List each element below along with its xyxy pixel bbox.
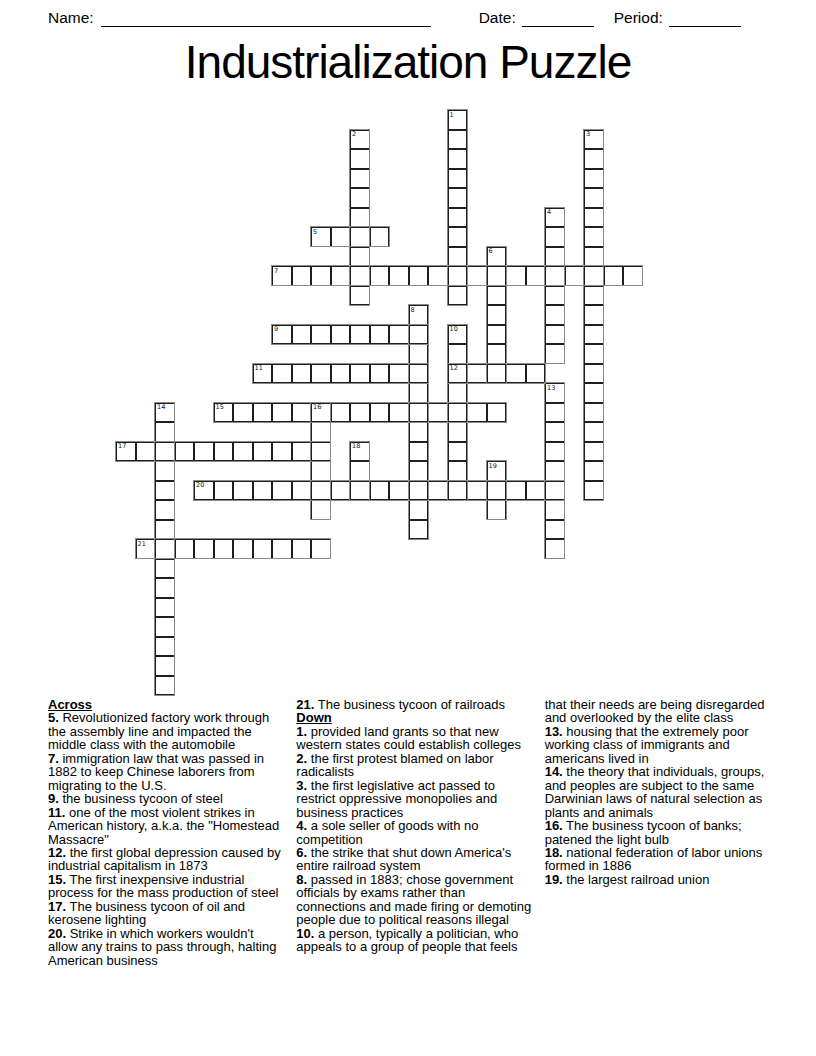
grid-cell[interactable]: 4	[545, 208, 565, 228]
grid-cell[interactable]	[350, 481, 370, 501]
grid-cell[interactable]	[350, 286, 370, 306]
grid-cell[interactable]	[233, 442, 253, 462]
grid-cell[interactable]: 3	[584, 130, 604, 150]
grid-cell[interactable]	[155, 578, 175, 598]
date-blank-line	[522, 11, 594, 27]
grid-cell[interactable]	[487, 403, 507, 423]
clue-across-9: 9. the business tycoon of steel	[48, 792, 285, 805]
clue-number: 16.	[545, 818, 563, 833]
grid-cell[interactable]	[545, 344, 565, 364]
grid-cell[interactable]: 21	[136, 539, 156, 559]
grid-cell[interactable]	[370, 266, 390, 286]
grid-cell[interactable]	[584, 344, 604, 364]
grid-cell[interactable]	[448, 227, 468, 247]
grid-cell[interactable]: 20	[194, 481, 214, 501]
grid-cell[interactable]	[155, 442, 175, 462]
grid-cell[interactable]	[292, 403, 312, 423]
grid-cell[interactable]	[370, 227, 390, 247]
grid-cell[interactable]	[506, 266, 526, 286]
clue-across-15: 15. The first inexpensive industrial pro…	[48, 873, 285, 900]
clue-number: 12.	[48, 845, 66, 860]
grid-cell[interactable]	[487, 500, 507, 520]
grid-cell[interactable]	[545, 461, 565, 481]
cell-number: 15	[216, 403, 224, 411]
grid-cell[interactable]	[253, 442, 273, 462]
clue-number: 4.	[296, 818, 307, 833]
grid-cell[interactable]	[448, 208, 468, 228]
grid-cell[interactable]	[584, 169, 604, 189]
grid-cell[interactable]	[506, 364, 526, 384]
grid-cell[interactable]	[448, 188, 468, 208]
grid-cell[interactable]	[467, 481, 487, 501]
grid-cell[interactable]: 13	[545, 383, 565, 403]
grid-cell[interactable]: 14	[155, 403, 175, 423]
grid-cell[interactable]	[545, 403, 565, 423]
clue-number: 6.	[296, 845, 307, 860]
worksheet-page: { "game": "crossword", "header": { "name…	[0, 0, 816, 1056]
grid-cell[interactable]	[350, 461, 370, 481]
grid-cell[interactable]	[331, 325, 351, 345]
grid-cell[interactable]	[350, 247, 370, 267]
grid-cell[interactable]: 7	[272, 266, 292, 286]
cell-number: 1	[450, 111, 454, 119]
clue-number: 18.	[545, 845, 563, 860]
grid-cell[interactable]	[467, 364, 487, 384]
grid-cell[interactable]	[350, 227, 370, 247]
grid-cell[interactable]	[545, 422, 565, 442]
grid-cell[interactable]: 6	[487, 247, 507, 267]
cell-number: 17	[118, 442, 126, 450]
grid-cell[interactable]	[545, 305, 565, 325]
worksheet-header: Name: Date: Period:	[48, 9, 784, 27]
clue-number: 17.	[48, 899, 66, 914]
grid-cell[interactable]	[409, 520, 429, 540]
grid-cell[interactable]	[155, 637, 175, 657]
grid-cell[interactable]	[194, 539, 214, 559]
clue-number: 8.	[296, 872, 307, 887]
date-label: Date:	[479, 9, 516, 27]
grid-cell[interactable]	[233, 539, 253, 559]
grid-cell[interactable]	[272, 539, 292, 559]
grid-cell[interactable]: 10	[448, 325, 468, 345]
grid-cell[interactable]	[584, 149, 604, 169]
grid-cell[interactable]: 16	[311, 403, 331, 423]
grid-cell[interactable]	[409, 442, 429, 462]
grid-cell[interactable]	[545, 325, 565, 345]
name-label: Name:	[48, 9, 94, 27]
cell-number: 19	[489, 462, 497, 470]
name-blank-line	[101, 11, 431, 27]
grid-cell[interactable]	[331, 266, 351, 286]
grid-cell[interactable]	[389, 403, 409, 423]
cell-number: 13	[547, 384, 555, 392]
grid-cell[interactable]	[526, 481, 546, 501]
grid-cell[interactable]	[467, 266, 487, 286]
across-heading: Across	[48, 698, 285, 711]
grid-cell[interactable]	[487, 344, 507, 364]
grid-cell[interactable]	[448, 461, 468, 481]
grid-cell[interactable]	[331, 403, 351, 423]
grid-cell[interactable]	[175, 442, 195, 462]
clue-across-17: 17. The business tycoon of oil and keros…	[48, 900, 285, 927]
grid-cell[interactable]	[311, 461, 331, 481]
clue-down-8: 8. passed in 1883; chose government offi…	[296, 873, 533, 927]
grid-cell[interactable]	[253, 403, 273, 423]
grid-cell[interactable]	[292, 325, 312, 345]
grid-cell[interactable]	[584, 247, 604, 267]
grid-cell[interactable]	[526, 266, 546, 286]
grid-cell[interactable]	[194, 442, 214, 462]
grid-cell[interactable]	[487, 266, 507, 286]
grid-cell[interactable]	[331, 364, 351, 384]
cell-number: 20	[196, 481, 204, 489]
grid-cell[interactable]	[584, 403, 604, 423]
grid-cell[interactable]: 12	[448, 364, 468, 384]
grid-cell[interactable]	[448, 344, 468, 364]
grid-cell[interactable]	[409, 403, 429, 423]
grid-cell[interactable]	[487, 325, 507, 345]
grid-cell[interactable]	[233, 481, 253, 501]
grid-cell[interactable]	[409, 325, 429, 345]
cell-number: 8	[411, 306, 415, 314]
grid-cell[interactable]	[350, 149, 370, 169]
grid-cell[interactable]	[233, 403, 253, 423]
clue-down-1: 1. provided land grants so that new west…	[296, 725, 533, 752]
clue-down-3: 3. the first legislative act passed to r…	[296, 779, 533, 819]
grid-cell[interactable]	[311, 364, 331, 384]
clue-across-20: 20. Strike in which workers wouldn't all…	[48, 927, 285, 967]
cell-number: 7	[274, 267, 278, 275]
clue-number: 5.	[48, 710, 59, 725]
grid-cell[interactable]	[584, 383, 604, 403]
grid-cell[interactable]	[136, 442, 156, 462]
grid-cell[interactable]	[545, 286, 565, 306]
clue-down-14: 14. the theory that individuals, groups,…	[545, 765, 782, 819]
grid-cell[interactable]	[545, 481, 565, 501]
grid-cell[interactable]	[389, 364, 409, 384]
cell-number: 16	[313, 403, 321, 411]
grid-cell[interactable]	[175, 539, 195, 559]
grid-cell[interactable]	[584, 188, 604, 208]
grid-cell[interactable]	[155, 656, 175, 676]
grid-cell[interactable]	[214, 442, 234, 462]
grid-cell[interactable]	[350, 169, 370, 189]
grid-cell[interactable]	[545, 539, 565, 559]
clue-number: 1.	[296, 724, 307, 739]
grid-cell[interactable]	[623, 266, 643, 286]
grid-cell[interactable]	[350, 208, 370, 228]
crossword-grid: 123456789101112131415161718192021	[116, 110, 643, 696]
grid-cell[interactable]	[584, 227, 604, 247]
grid-cell[interactable]	[292, 442, 312, 462]
grid-cell[interactable]	[584, 461, 604, 481]
cell-number: 11	[255, 364, 263, 372]
clue-number: 19.	[545, 872, 563, 887]
cell-number: 3	[586, 130, 590, 138]
cell-number: 14	[157, 403, 165, 411]
grid-cell[interactable]	[448, 266, 468, 286]
grid-cell[interactable]	[545, 266, 565, 286]
grid-cell[interactable]: 11	[253, 364, 273, 384]
grid-cell[interactable]	[155, 520, 175, 540]
cell-number: 2	[352, 130, 356, 138]
grid-cell[interactable]: 17	[116, 442, 136, 462]
cell-number: 9	[274, 325, 278, 333]
grid-cell[interactable]	[545, 247, 565, 267]
grid-cell[interactable]	[584, 325, 604, 345]
grid-cell[interactable]	[448, 130, 468, 150]
grid-cell[interactable]	[448, 247, 468, 267]
grid-cell[interactable]	[487, 305, 507, 325]
grid-cell[interactable]	[545, 442, 565, 462]
clue-down-13: 13. housing that the extremely poor work…	[545, 725, 782, 765]
grid-cell[interactable]	[331, 227, 351, 247]
clue-number: 3.	[296, 778, 307, 793]
clue-number: 2.	[296, 751, 307, 766]
grid-cell[interactable]	[155, 676, 175, 696]
grid-cell[interactable]	[565, 266, 585, 286]
clue-number: 14.	[545, 764, 563, 779]
cell-number: 12	[450, 364, 458, 372]
grid-cell[interactable]	[487, 286, 507, 306]
grid-cell[interactable]	[292, 364, 312, 384]
grid-cell[interactable]	[409, 422, 429, 442]
clue-down-16: 16. The business tycoon of banks; patene…	[545, 819, 782, 846]
clue-down-2: 2. the first protest blamed on labor rad…	[296, 752, 533, 779]
clue-across-21: 21. The business tycoon of railroads	[296, 698, 533, 711]
period-label: Period:	[614, 9, 663, 27]
grid-cell[interactable]: 8	[409, 305, 429, 325]
grid-cell[interactable]	[448, 383, 468, 403]
down-heading: Down	[296, 711, 533, 724]
clue-down-4: 4. a sole seller of goods with no compet…	[296, 819, 533, 846]
down-clues: 1. provided land grants so that new west…	[296, 698, 782, 968]
grid-cell[interactable]	[292, 481, 312, 501]
clue-across-7: 7. immigration law that was passed in 18…	[48, 752, 285, 792]
cell-number: 10	[450, 325, 458, 333]
grid-cell[interactable]	[370, 364, 390, 384]
grid-cell[interactable]	[253, 539, 273, 559]
grid-cell[interactable]	[584, 305, 604, 325]
cell-number: 18	[352, 442, 360, 450]
page-title: Industrialization Puzzle	[0, 36, 816, 88]
grid-cell[interactable]	[389, 325, 409, 345]
grid-cell[interactable]	[214, 481, 234, 501]
grid-cell[interactable]: 15	[214, 403, 234, 423]
grid-cell[interactable]	[311, 539, 331, 559]
grid-cell[interactable]	[584, 286, 604, 306]
grid-cell[interactable]	[272, 364, 292, 384]
grid-cell[interactable]	[448, 422, 468, 442]
grid-cell[interactable]	[409, 481, 429, 501]
grid-cell[interactable]	[467, 403, 487, 423]
grid-cell[interactable]	[155, 422, 175, 442]
grid-cell[interactable]	[311, 442, 331, 462]
period-blank-line	[669, 11, 741, 27]
grid-cell[interactable]	[272, 442, 292, 462]
grid-cell[interactable]	[155, 559, 175, 579]
grid-cell[interactable]	[487, 364, 507, 384]
clue-list: Across 5. Revolutionized factory work th…	[48, 698, 782, 968]
grid-cell[interactable]	[350, 364, 370, 384]
clue-down-19: 19. the largest railroad union	[545, 873, 782, 886]
grid-cell[interactable]	[604, 266, 624, 286]
grid-cell[interactable]	[409, 364, 429, 384]
clue-number: 7.	[48, 751, 59, 766]
grid-cell[interactable]	[584, 266, 604, 286]
grid-cell[interactable]	[155, 500, 175, 520]
cell-number: 21	[138, 540, 146, 548]
grid-cell[interactable]: 2	[350, 130, 370, 150]
grid-cell[interactable]	[584, 364, 604, 384]
grid-cell[interactable]	[448, 403, 468, 423]
grid-cell[interactable]	[331, 481, 351, 501]
clue-number: 20.	[48, 926, 66, 941]
grid-cell[interactable]	[311, 325, 331, 345]
grid-cell[interactable]	[545, 227, 565, 247]
grid-cell[interactable]	[584, 481, 604, 501]
grid-cell[interactable]	[409, 383, 429, 403]
grid-cell[interactable]	[448, 442, 468, 462]
grid-cell[interactable]	[155, 617, 175, 637]
clue-across-12: 12. the first global depression caused b…	[48, 846, 285, 873]
grid-cell[interactable]	[311, 500, 331, 520]
grid-cell[interactable]	[214, 539, 234, 559]
clue-down-6: 6. the strike that shut down America's e…	[296, 846, 533, 873]
grid-cell[interactable]	[428, 481, 448, 501]
grid-cell[interactable]	[448, 169, 468, 189]
grid-cell[interactable]	[272, 481, 292, 501]
grid-cell[interactable]	[428, 266, 448, 286]
grid-cell[interactable]	[155, 539, 175, 559]
grid-cell[interactable]	[448, 286, 468, 306]
grid-cell[interactable]	[409, 266, 429, 286]
grid-cell[interactable]: 5	[311, 227, 331, 247]
grid-cell[interactable]	[155, 481, 175, 501]
grid-cell[interactable]	[350, 403, 370, 423]
grid-cell[interactable]: 19	[487, 461, 507, 481]
grid-cell[interactable]	[506, 481, 526, 501]
clue-number: 10.	[296, 926, 314, 941]
grid-cell[interactable]	[584, 208, 604, 228]
grid-cell[interactable]	[155, 461, 175, 481]
clue-across-5: 5. Revolutionized factory work through t…	[48, 711, 285, 751]
grid-cell[interactable]	[448, 149, 468, 169]
grid-cell[interactable]: 9	[272, 325, 292, 345]
grid-cell[interactable]	[584, 422, 604, 442]
grid-cell[interactable]	[370, 403, 390, 423]
grid-cell[interactable]	[487, 481, 507, 501]
grid-cell[interactable]	[448, 481, 468, 501]
grid-cell[interactable]: 18	[350, 442, 370, 462]
grid-cell[interactable]	[350, 266, 370, 286]
grid-cell[interactable]	[584, 442, 604, 462]
clue-number: 13.	[545, 724, 563, 739]
grid-cell[interactable]	[253, 481, 273, 501]
grid-cell[interactable]	[409, 461, 429, 481]
cell-number: 6	[489, 247, 493, 255]
grid-cell[interactable]	[370, 481, 390, 501]
grid-cell[interactable]	[272, 403, 292, 423]
grid-cell[interactable]	[311, 481, 331, 501]
grid-cell[interactable]	[350, 188, 370, 208]
clue-across-11: 11. one of the most violent strikes in A…	[48, 806, 285, 846]
grid-cell[interactable]	[350, 325, 370, 345]
grid-cell[interactable]	[526, 364, 546, 384]
grid-cell[interactable]	[428, 403, 448, 423]
grid-cell[interactable]	[292, 266, 312, 286]
grid-cell[interactable]	[545, 520, 565, 540]
clue-number: 11.	[48, 805, 65, 820]
clue-number: 15.	[48, 872, 66, 887]
cell-number: 4	[547, 208, 551, 216]
cell-number: 5	[313, 228, 317, 236]
grid-cell[interactable]	[389, 266, 409, 286]
grid-cell[interactable]	[370, 325, 390, 345]
grid-cell[interactable]: 1	[448, 110, 468, 130]
grid-cell[interactable]	[545, 500, 565, 520]
grid-cell[interactable]	[292, 539, 312, 559]
grid-cell[interactable]	[389, 481, 409, 501]
grid-cell[interactable]	[311, 422, 331, 442]
grid-cell[interactable]	[155, 598, 175, 618]
grid-cell[interactable]	[409, 500, 429, 520]
clue-down-18: 18. national federation of labor unions …	[545, 846, 782, 873]
grid-cell[interactable]	[409, 344, 429, 364]
grid-cell[interactable]	[311, 266, 331, 286]
